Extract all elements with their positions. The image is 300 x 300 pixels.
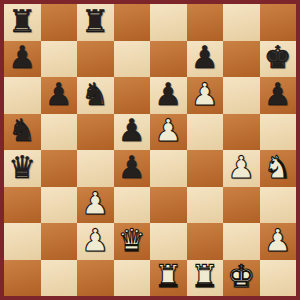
square-c6[interactable]: ♞: [77, 77, 114, 114]
square-c7[interactable]: [77, 41, 114, 78]
square-f8[interactable]: [187, 4, 224, 41]
square-d3[interactable]: [114, 187, 151, 224]
piece-black-knight-c6[interactable]: ♞: [81, 79, 109, 110]
square-e2[interactable]: [150, 223, 187, 260]
piece-black-pawn-e6[interactable]: ♟: [154, 79, 182, 110]
piece-black-pawn-h6[interactable]: ♟: [264, 79, 292, 110]
square-a3[interactable]: [4, 187, 41, 224]
piece-black-rook-a8[interactable]: ♜: [8, 6, 36, 37]
square-c4[interactable]: [77, 150, 114, 187]
piece-black-pawn-a7[interactable]: ♟: [8, 42, 36, 73]
square-e8[interactable]: [150, 4, 187, 41]
square-c1[interactable]: [77, 260, 114, 297]
piece-black-pawn-b6[interactable]: ♟: [45, 79, 73, 110]
board-frame: ♜♜♟♟♚♟♞♟♟♟♞♟♟♛♟♟♞♟♟♛♟♜♜♚: [0, 0, 300, 300]
piece-white-pawn-g4[interactable]: ♟: [227, 152, 255, 183]
piece-white-king-g1[interactable]: ♚: [227, 261, 255, 292]
square-b7[interactable]: [41, 41, 78, 78]
square-b5[interactable]: [41, 114, 78, 151]
piece-black-king-h7[interactable]: ♚: [264, 42, 292, 73]
square-e7[interactable]: [150, 41, 187, 78]
square-h8[interactable]: [260, 4, 297, 41]
square-e6[interactable]: ♟: [150, 77, 187, 114]
square-a8[interactable]: ♜: [4, 4, 41, 41]
chess-board: ♜♜♟♟♚♟♞♟♟♟♞♟♟♛♟♟♞♟♟♛♟♜♜♚: [4, 4, 296, 296]
square-f3[interactable]: [187, 187, 224, 224]
square-a1[interactable]: [4, 260, 41, 297]
square-b6[interactable]: ♟: [41, 77, 78, 114]
square-f5[interactable]: [187, 114, 224, 151]
piece-white-queen-d2[interactable]: ♛: [118, 225, 146, 256]
square-f2[interactable]: [187, 223, 224, 260]
square-a7[interactable]: ♟: [4, 41, 41, 78]
square-b1[interactable]: [41, 260, 78, 297]
square-a2[interactable]: [4, 223, 41, 260]
square-b8[interactable]: [41, 4, 78, 41]
square-a4[interactable]: ♛: [4, 150, 41, 187]
square-e5[interactable]: ♟: [150, 114, 187, 151]
square-c2[interactable]: ♟: [77, 223, 114, 260]
square-d1[interactable]: [114, 260, 151, 297]
square-b2[interactable]: [41, 223, 78, 260]
piece-white-pawn-h2[interactable]: ♟: [264, 225, 292, 256]
piece-black-pawn-d5[interactable]: ♟: [118, 115, 146, 146]
square-h6[interactable]: ♟: [260, 77, 297, 114]
square-g3[interactable]: [223, 187, 260, 224]
square-a5[interactable]: ♞: [4, 114, 41, 151]
square-h1[interactable]: [260, 260, 297, 297]
piece-white-pawn-c2[interactable]: ♟: [81, 225, 109, 256]
square-h4[interactable]: ♞: [260, 150, 297, 187]
square-g6[interactable]: [223, 77, 260, 114]
piece-black-rook-c8[interactable]: ♜: [81, 6, 109, 37]
square-c5[interactable]: [77, 114, 114, 151]
square-g2[interactable]: [223, 223, 260, 260]
piece-black-pawn-d4[interactable]: ♟: [118, 152, 146, 183]
square-d5[interactable]: ♟: [114, 114, 151, 151]
square-d2[interactable]: ♛: [114, 223, 151, 260]
square-e1[interactable]: ♜: [150, 260, 187, 297]
piece-black-pawn-f7[interactable]: ♟: [191, 42, 219, 73]
square-b4[interactable]: [41, 150, 78, 187]
piece-white-pawn-c3[interactable]: ♟: [81, 188, 109, 219]
piece-black-knight-a5[interactable]: ♞: [8, 115, 36, 146]
square-h2[interactable]: ♟: [260, 223, 297, 260]
square-g5[interactable]: [223, 114, 260, 151]
piece-black-queen-a4[interactable]: ♛: [8, 152, 36, 183]
square-b3[interactable]: [41, 187, 78, 224]
piece-white-rook-f1[interactable]: ♜: [191, 261, 219, 292]
square-h5[interactable]: [260, 114, 297, 151]
piece-white-pawn-e5[interactable]: ♟: [154, 115, 182, 146]
square-c3[interactable]: ♟: [77, 187, 114, 224]
square-d7[interactable]: [114, 41, 151, 78]
piece-white-pawn-f6[interactable]: ♟: [191, 79, 219, 110]
square-g7[interactable]: [223, 41, 260, 78]
square-f7[interactable]: ♟: [187, 41, 224, 78]
piece-white-rook-e1[interactable]: ♜: [154, 261, 182, 292]
square-f1[interactable]: ♜: [187, 260, 224, 297]
square-a6[interactable]: [4, 77, 41, 114]
square-h7[interactable]: ♚: [260, 41, 297, 78]
square-d6[interactable]: [114, 77, 151, 114]
piece-white-knight-h4[interactable]: ♞: [264, 152, 292, 183]
square-d8[interactable]: [114, 4, 151, 41]
square-f4[interactable]: [187, 150, 224, 187]
square-g8[interactable]: [223, 4, 260, 41]
square-e4[interactable]: [150, 150, 187, 187]
square-g1[interactable]: ♚: [223, 260, 260, 297]
square-g4[interactable]: ♟: [223, 150, 260, 187]
square-c8[interactable]: ♜: [77, 4, 114, 41]
square-e3[interactable]: [150, 187, 187, 224]
square-f6[interactable]: ♟: [187, 77, 224, 114]
square-d4[interactable]: ♟: [114, 150, 151, 187]
square-h3[interactable]: [260, 187, 297, 224]
